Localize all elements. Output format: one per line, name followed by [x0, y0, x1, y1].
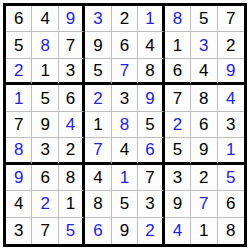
cell-r8c7[interactable]: 9: [165, 191, 191, 217]
sudoku-board: 6493218575879641322135786491562397847941…: [3, 3, 247, 247]
cell-r7c9[interactable]: 5: [218, 165, 244, 191]
cell-r9c7[interactable]: 4: [165, 218, 191, 244]
cell-r1c3[interactable]: 9: [59, 6, 85, 32]
cell-r5c2[interactable]: 9: [32, 112, 58, 138]
cell-r8c5[interactable]: 5: [112, 191, 138, 217]
cell-r1c2[interactable]: 4: [32, 6, 58, 32]
cell-r4c9[interactable]: 4: [218, 85, 244, 111]
cell-r9c1[interactable]: 3: [6, 218, 32, 244]
cell-r3c8[interactable]: 4: [191, 59, 217, 85]
cell-r2c2[interactable]: 8: [32, 32, 58, 58]
cell-r5c7[interactable]: 2: [165, 112, 191, 138]
cell-r8c2[interactable]: 2: [32, 191, 58, 217]
cell-r8c4[interactable]: 8: [85, 191, 111, 217]
cell-r6c5[interactable]: 4: [112, 138, 138, 164]
cell-r2c5[interactable]: 6: [112, 32, 138, 58]
cell-r4c7[interactable]: 7: [165, 85, 191, 111]
cell-r5c9[interactable]: 3: [218, 112, 244, 138]
cell-r9c9[interactable]: 8: [218, 218, 244, 244]
cell-r6c6[interactable]: 6: [138, 138, 164, 164]
cell-r2c7[interactable]: 1: [165, 32, 191, 58]
cell-r7c1[interactable]: 9: [6, 165, 32, 191]
cell-r6c3[interactable]: 2: [59, 138, 85, 164]
cell-r8c8[interactable]: 7: [191, 191, 217, 217]
cell-r5c6[interactable]: 5: [138, 112, 164, 138]
cell-r9c4[interactable]: 6: [85, 218, 111, 244]
cell-r3c3[interactable]: 3: [59, 59, 85, 85]
cell-r4c6[interactable]: 9: [138, 85, 164, 111]
cell-r7c6[interactable]: 7: [138, 165, 164, 191]
cell-r9c3[interactable]: 5: [59, 218, 85, 244]
cell-r9c8[interactable]: 1: [191, 218, 217, 244]
cell-r2c1[interactable]: 5: [6, 32, 32, 58]
cell-r3c7[interactable]: 6: [165, 59, 191, 85]
cell-r5c3[interactable]: 4: [59, 112, 85, 138]
cell-r6c8[interactable]: 9: [191, 138, 217, 164]
cell-r1c7[interactable]: 8: [165, 6, 191, 32]
cell-r3c5[interactable]: 7: [112, 59, 138, 85]
cell-r1c8[interactable]: 5: [191, 6, 217, 32]
cell-r1c5[interactable]: 2: [112, 6, 138, 32]
cell-r8c6[interactable]: 3: [138, 191, 164, 217]
cell-r4c5[interactable]: 3: [112, 85, 138, 111]
cell-r5c5[interactable]: 8: [112, 112, 138, 138]
cell-r2c9[interactable]: 2: [218, 32, 244, 58]
cell-r2c6[interactable]: 4: [138, 32, 164, 58]
cell-r9c6[interactable]: 2: [138, 218, 164, 244]
cell-r9c5[interactable]: 9: [112, 218, 138, 244]
cell-r3c1[interactable]: 2: [6, 59, 32, 85]
cell-r7c5[interactable]: 1: [112, 165, 138, 191]
cell-r7c4[interactable]: 4: [85, 165, 111, 191]
cell-r2c4[interactable]: 9: [85, 32, 111, 58]
cell-r3c9[interactable]: 9: [218, 59, 244, 85]
cell-r5c4[interactable]: 1: [85, 112, 111, 138]
sudoku-page: 6493218575879641322135786491562397847941…: [0, 0, 250, 250]
cell-r6c7[interactable]: 5: [165, 138, 191, 164]
cell-r6c4[interactable]: 7: [85, 138, 111, 164]
cell-r4c2[interactable]: 5: [32, 85, 58, 111]
cell-r2c8[interactable]: 3: [191, 32, 217, 58]
cell-r5c1[interactable]: 7: [6, 112, 32, 138]
cell-r1c1[interactable]: 6: [6, 6, 32, 32]
cell-r3c2[interactable]: 1: [32, 59, 58, 85]
cell-r8c3[interactable]: 1: [59, 191, 85, 217]
cell-r2c3[interactable]: 7: [59, 32, 85, 58]
cell-r7c2[interactable]: 6: [32, 165, 58, 191]
cell-r7c8[interactable]: 2: [191, 165, 217, 191]
cell-r4c8[interactable]: 8: [191, 85, 217, 111]
cell-r6c9[interactable]: 1: [218, 138, 244, 164]
cell-r4c4[interactable]: 2: [85, 85, 111, 111]
cell-r7c3[interactable]: 8: [59, 165, 85, 191]
cell-r1c6[interactable]: 1: [138, 6, 164, 32]
cell-r6c2[interactable]: 3: [32, 138, 58, 164]
cell-r5c8[interactable]: 6: [191, 112, 217, 138]
cell-r3c4[interactable]: 5: [85, 59, 111, 85]
cell-r8c1[interactable]: 4: [6, 191, 32, 217]
cell-r3c6[interactable]: 8: [138, 59, 164, 85]
cell-r4c1[interactable]: 1: [6, 85, 32, 111]
cell-r1c9[interactable]: 7: [218, 6, 244, 32]
cell-r7c7[interactable]: 3: [165, 165, 191, 191]
cell-r6c1[interactable]: 8: [6, 138, 32, 164]
cell-r9c2[interactable]: 7: [32, 218, 58, 244]
cell-r8c9[interactable]: 6: [218, 191, 244, 217]
cell-r1c4[interactable]: 3: [85, 6, 111, 32]
cell-r4c3[interactable]: 6: [59, 85, 85, 111]
